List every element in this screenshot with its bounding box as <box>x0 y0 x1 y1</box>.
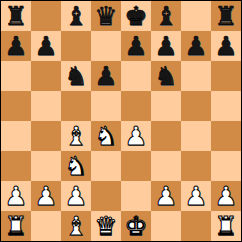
square-g7[interactable]: ♟ <box>181 31 211 61</box>
square-b2[interactable]: ♟ <box>31 181 61 211</box>
square-b8[interactable] <box>31 1 61 31</box>
piece-black-rook[interactable]: ♜ <box>214 1 237 31</box>
piece-black-knight[interactable]: ♞ <box>154 61 177 91</box>
square-f1[interactable] <box>151 211 181 241</box>
square-f4[interactable] <box>151 121 181 151</box>
piece-white-knight[interactable]: ♞ <box>94 121 117 151</box>
square-e6[interactable] <box>121 61 151 91</box>
square-g2[interactable]: ♟ <box>181 181 211 211</box>
piece-black-king[interactable]: ♚ <box>124 1 147 31</box>
square-b3[interactable] <box>31 151 61 181</box>
square-c8[interactable]: ♝ <box>61 1 91 31</box>
piece-black-pawn[interactable]: ♟ <box>34 31 57 61</box>
square-e2[interactable] <box>121 181 151 211</box>
square-g6[interactable] <box>181 61 211 91</box>
square-g5[interactable] <box>181 91 211 121</box>
square-d8[interactable]: ♛ <box>91 1 121 31</box>
square-b7[interactable]: ♟ <box>31 31 61 61</box>
piece-black-pawn[interactable]: ♟ <box>184 31 207 61</box>
square-f5[interactable] <box>151 91 181 121</box>
square-b4[interactable] <box>31 121 61 151</box>
square-d7[interactable] <box>91 31 121 61</box>
square-f2[interactable]: ♟ <box>151 181 181 211</box>
square-f8[interactable]: ♝ <box>151 1 181 31</box>
piece-black-bishop[interactable]: ♝ <box>64 1 87 31</box>
square-d2[interactable] <box>91 181 121 211</box>
piece-white-bishop[interactable]: ♝ <box>64 121 87 151</box>
square-h8[interactable]: ♜ <box>211 1 241 31</box>
square-a4[interactable] <box>1 121 31 151</box>
square-g3[interactable] <box>181 151 211 181</box>
square-c1[interactable]: ♝ <box>61 211 91 241</box>
square-h3[interactable] <box>211 151 241 181</box>
piece-black-pawn[interactable]: ♟ <box>154 31 177 61</box>
piece-white-rook[interactable]: ♜ <box>4 211 27 241</box>
chess-board: ♜♝♛♚♝♜♟♟♟♟♟♟♞♟♞♝♞♟♞♟♟♟♟♟♟♜♝♛♚♜ <box>0 0 242 242</box>
piece-black-pawn[interactable]: ♟ <box>214 31 237 61</box>
piece-white-pawn[interactable]: ♟ <box>154 181 177 211</box>
square-d1[interactable]: ♛ <box>91 211 121 241</box>
square-a2[interactable]: ♟ <box>1 181 31 211</box>
piece-white-pawn[interactable]: ♟ <box>124 121 147 151</box>
square-c7[interactable] <box>61 31 91 61</box>
square-h2[interactable]: ♟ <box>211 181 241 211</box>
piece-white-pawn[interactable]: ♟ <box>64 181 87 211</box>
square-b1[interactable] <box>31 211 61 241</box>
square-a7[interactable]: ♟ <box>1 31 31 61</box>
piece-black-knight[interactable]: ♞ <box>64 61 87 91</box>
piece-black-rook[interactable]: ♜ <box>4 1 27 31</box>
square-c5[interactable] <box>61 91 91 121</box>
piece-white-pawn[interactable]: ♟ <box>184 181 207 211</box>
square-h4[interactable] <box>211 121 241 151</box>
square-f6[interactable]: ♞ <box>151 61 181 91</box>
square-h7[interactable]: ♟ <box>211 31 241 61</box>
square-e3[interactable] <box>121 151 151 181</box>
square-f3[interactable] <box>151 151 181 181</box>
piece-white-knight[interactable]: ♞ <box>64 151 87 181</box>
square-e5[interactable] <box>121 91 151 121</box>
square-g8[interactable] <box>181 1 211 31</box>
square-b6[interactable] <box>31 61 61 91</box>
square-h6[interactable] <box>211 61 241 91</box>
square-a6[interactable] <box>1 61 31 91</box>
piece-black-queen[interactable]: ♛ <box>94 1 117 31</box>
square-e8[interactable]: ♚ <box>121 1 151 31</box>
square-d4[interactable]: ♞ <box>91 121 121 151</box>
piece-white-rook[interactable]: ♜ <box>214 211 237 241</box>
square-e7[interactable]: ♟ <box>121 31 151 61</box>
square-c2[interactable]: ♟ <box>61 181 91 211</box>
square-a3[interactable] <box>1 151 31 181</box>
square-d6[interactable]: ♟ <box>91 61 121 91</box>
square-a5[interactable] <box>1 91 31 121</box>
piece-white-queen[interactable]: ♛ <box>94 211 117 241</box>
piece-white-pawn[interactable]: ♟ <box>4 181 27 211</box>
square-c6[interactable]: ♞ <box>61 61 91 91</box>
square-b5[interactable] <box>31 91 61 121</box>
piece-black-bishop[interactable]: ♝ <box>154 1 177 31</box>
square-e4[interactable]: ♟ <box>121 121 151 151</box>
square-g1[interactable] <box>181 211 211 241</box>
square-g4[interactable] <box>181 121 211 151</box>
square-e1[interactable]: ♚ <box>121 211 151 241</box>
square-c3[interactable]: ♞ <box>61 151 91 181</box>
square-f7[interactable]: ♟ <box>151 31 181 61</box>
piece-white-pawn[interactable]: ♟ <box>214 181 237 211</box>
piece-white-bishop[interactable]: ♝ <box>64 211 87 241</box>
square-h1[interactable]: ♜ <box>211 211 241 241</box>
piece-black-pawn[interactable]: ♟ <box>94 61 117 91</box>
square-d5[interactable] <box>91 91 121 121</box>
piece-black-pawn[interactable]: ♟ <box>4 31 27 61</box>
square-a1[interactable]: ♜ <box>1 211 31 241</box>
piece-white-pawn[interactable]: ♟ <box>34 181 57 211</box>
square-h5[interactable] <box>211 91 241 121</box>
piece-black-pawn[interactable]: ♟ <box>124 31 147 61</box>
square-d3[interactable] <box>91 151 121 181</box>
square-c4[interactable]: ♝ <box>61 121 91 151</box>
square-a8[interactable]: ♜ <box>1 1 31 31</box>
piece-white-king[interactable]: ♚ <box>124 211 147 241</box>
